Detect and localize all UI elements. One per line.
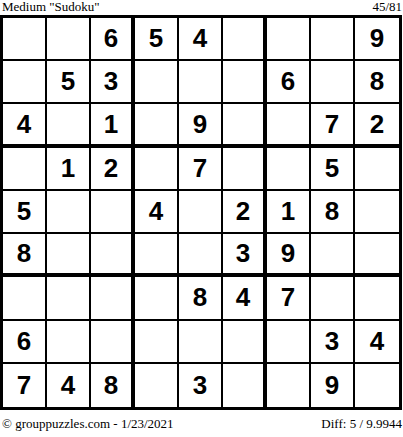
cell-r9c8[interactable]: 9 [311,364,355,407]
cell-r7c7[interactable]: 7 [267,277,311,320]
cell-r7c9[interactable] [355,277,399,320]
cell-r3c9[interactable]: 2 [355,104,399,147]
cell-r3c2[interactable] [47,104,91,147]
cell-r3c8[interactable]: 7 [311,104,355,147]
cell-r8c7[interactable] [267,321,311,364]
cell-r2c2[interactable]: 5 [47,61,91,104]
cell-r2c3[interactable]: 3 [91,61,135,104]
puzzle-title: Medium "Sudoku" [2,0,100,14]
cell-r6c3[interactable] [91,234,135,277]
cell-r7c3[interactable] [91,277,135,320]
cell-r2c7[interactable]: 6 [267,61,311,104]
cell-r4c3[interactable]: 2 [91,148,135,191]
cell-r9c9[interactable] [355,364,399,407]
cell-r4c9[interactable] [355,148,399,191]
cell-r5c4[interactable]: 4 [135,191,179,234]
empty-cells-counter: 45/81 [372,0,402,14]
cell-r4c5[interactable]: 7 [179,148,223,191]
cell-r4c8[interactable]: 5 [311,148,355,191]
cell-r6c1[interactable]: 8 [3,234,47,277]
cell-r7c6[interactable]: 4 [223,277,267,320]
cell-r9c3[interactable]: 8 [91,364,135,407]
cell-r4c1[interactable] [3,148,47,191]
cell-r5c7[interactable]: 1 [267,191,311,234]
sudoku-board: 654953684197212755421883984763474839 [0,15,402,410]
cell-r8c5[interactable] [179,321,223,364]
cell-r4c4[interactable] [135,148,179,191]
cell-r1c3[interactable]: 6 [91,18,135,61]
cell-r7c8[interactable] [311,277,355,320]
cell-r7c1[interactable] [3,277,47,320]
cell-r6c9[interactable] [355,234,399,277]
cell-r4c7[interactable] [267,148,311,191]
cell-r5c2[interactable] [47,191,91,234]
cell-r5c3[interactable] [91,191,135,234]
cell-r3c6[interactable] [223,104,267,147]
cell-r5c1[interactable]: 5 [3,191,47,234]
cell-r6c6[interactable]: 3 [223,234,267,277]
cell-r7c5[interactable]: 8 [179,277,223,320]
cell-r3c7[interactable] [267,104,311,147]
cell-r3c4[interactable] [135,104,179,147]
cell-r9c5[interactable]: 3 [179,364,223,407]
cell-r1c6[interactable] [223,18,267,61]
cell-r2c1[interactable] [3,61,47,104]
cell-r6c2[interactable] [47,234,91,277]
cell-r5c5[interactable] [179,191,223,234]
cell-r5c9[interactable] [355,191,399,234]
cell-r2c5[interactable] [179,61,223,104]
cell-r9c2[interactable]: 4 [47,364,91,407]
cell-r8c4[interactable] [135,321,179,364]
cell-r9c7[interactable] [267,364,311,407]
cell-r8c1[interactable]: 6 [3,321,47,364]
cell-r2c9[interactable]: 8 [355,61,399,104]
cell-r6c5[interactable] [179,234,223,277]
cell-r5c6[interactable]: 2 [223,191,267,234]
cell-r9c1[interactable]: 7 [3,364,47,407]
cell-r5c8[interactable]: 8 [311,191,355,234]
cell-r1c9[interactable]: 9 [355,18,399,61]
cell-r3c1[interactable]: 4 [3,104,47,147]
cell-r8c6[interactable] [223,321,267,364]
cell-r6c8[interactable] [311,234,355,277]
difficulty-label: Diff: 5 / 9.9944 [321,416,402,432]
cell-r8c9[interactable]: 4 [355,321,399,364]
cell-r1c4[interactable]: 5 [135,18,179,61]
copyright-date-label: © grouppuzzles.com - 1/23/2021 [2,416,174,432]
cell-r9c4[interactable] [135,364,179,407]
cell-r2c8[interactable] [311,61,355,104]
cell-r7c2[interactable] [47,277,91,320]
cell-r1c5[interactable]: 4 [179,18,223,61]
cell-r2c6[interactable] [223,61,267,104]
cell-r4c6[interactable] [223,148,267,191]
cell-r2c4[interactable] [135,61,179,104]
header-bar: Medium "Sudoku" 45/81 [0,0,403,15]
cell-r1c1[interactable] [3,18,47,61]
cell-r8c3[interactable] [91,321,135,364]
cell-r1c2[interactable] [47,18,91,61]
cell-r6c7[interactable]: 9 [267,234,311,277]
cell-r7c4[interactable] [135,277,179,320]
cell-r1c8[interactable] [311,18,355,61]
cell-r8c8[interactable]: 3 [311,321,355,364]
cell-r8c2[interactable] [47,321,91,364]
footer-bar: © grouppuzzles.com - 1/23/2021 Diff: 5 /… [0,416,403,432]
sudoku-page: Medium "Sudoku" 45/81 654953684197212755… [0,0,403,437]
cell-r3c3[interactable]: 1 [91,104,135,147]
cell-r9c6[interactable] [223,364,267,407]
cell-r1c7[interactable] [267,18,311,61]
cell-r4c2[interactable]: 1 [47,148,91,191]
cell-r3c5[interactable]: 9 [179,104,223,147]
cell-r6c4[interactable] [135,234,179,277]
